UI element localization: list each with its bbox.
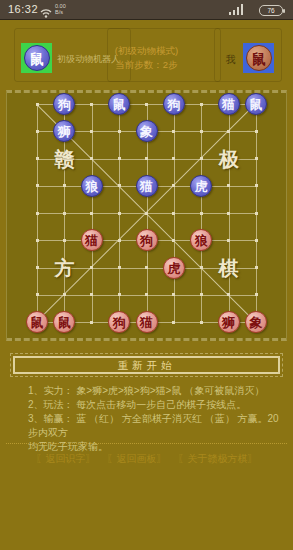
- footer-link[interactable]: 〖返回识字〗: [36, 452, 96, 466]
- board-point-dot: [36, 184, 39, 187]
- board-point-dot: [200, 266, 203, 269]
- board-point-dot: [200, 293, 203, 296]
- board-point-dot: [172, 184, 175, 187]
- piece-red-狗[interactable]: 狗: [108, 311, 130, 333]
- board-point-dot: [63, 239, 66, 242]
- piece-red-鼠[interactable]: 鼠: [53, 311, 75, 333]
- board-center-label: 棋: [216, 255, 242, 281]
- game-header: 鼠 初级动物机器人 (初级动物模式) 当前步数：2步 我 鼠: [0, 20, 293, 88]
- board-center-label: 赣: [51, 146, 77, 172]
- board-point-dot: [145, 103, 148, 106]
- piece-red-虎[interactable]: 虎: [163, 257, 185, 279]
- board-point-dot: [145, 266, 148, 269]
- game-board[interactable]: 赣极方棋狗鼠狗猫鼠狮象狼猫虎猫狗狼虎鼠鼠狗猫狮象: [37, 104, 256, 322]
- board-point-dot: [118, 239, 121, 242]
- status-bar: 16:32 0.00 B/s 76: [0, 0, 293, 20]
- footer-link[interactable]: 〖关于赣极方棋〗: [178, 452, 258, 466]
- board-point-dot: [255, 266, 258, 269]
- signal-icon: [229, 4, 245, 15]
- battery-icon: 76: [259, 5, 283, 16]
- piece-blue-虎[interactable]: 虎: [190, 175, 212, 197]
- board-center-label: 方: [51, 255, 77, 281]
- board-center-label: 极: [216, 146, 242, 172]
- board-point-dot: [118, 157, 121, 160]
- board-point-dot: [90, 157, 93, 160]
- board-point-dot: [145, 293, 148, 296]
- clock: 16:32: [8, 3, 38, 15]
- board-point-dot: [255, 184, 258, 187]
- board-panel: 赣极方棋狗鼠狗猫鼠狮象狼猫虎猫狗狼虎鼠鼠狗猫狮象: [6, 90, 287, 341]
- board-point-dot: [255, 239, 258, 242]
- board-point-dot: [118, 184, 121, 187]
- board-point-dot: [90, 266, 93, 269]
- board-point-dot: [90, 321, 93, 324]
- board-point-dot: [118, 266, 121, 269]
- board-point-dot: [36, 103, 39, 106]
- board-point-dot: [36, 293, 39, 296]
- board-point-dot: [145, 157, 148, 160]
- piece-red-猫[interactable]: 猫: [136, 311, 158, 333]
- board-point-dot: [90, 293, 93, 296]
- piece-blue-狗[interactable]: 狗: [53, 93, 75, 115]
- board-point-dot: [90, 212, 93, 215]
- piece-blue-鼠[interactable]: 鼠: [108, 93, 130, 115]
- board-point-dot: [172, 239, 175, 242]
- board-point-dot: [200, 157, 203, 160]
- piece-red-鼠[interactable]: 鼠: [26, 311, 48, 333]
- board-point-dot: [227, 293, 230, 296]
- board-point-dot: [90, 130, 93, 133]
- board-point-dot: [200, 103, 203, 106]
- me-avatar-piece: 鼠: [246, 45, 272, 71]
- piece-blue-猫[interactable]: 猫: [136, 175, 158, 197]
- board-point-dot: [145, 212, 148, 215]
- piece-blue-鼠[interactable]: 鼠: [245, 93, 267, 115]
- board-point-dot: [227, 239, 230, 242]
- piece-red-狗[interactable]: 狗: [136, 229, 158, 251]
- board-point-dot: [227, 184, 230, 187]
- board-point-dot: [63, 212, 66, 215]
- network-speed: 0.00 B/s: [55, 3, 66, 15]
- board-point-dot: [200, 212, 203, 215]
- app-root: 16:32 0.00 B/s 76 鼠 初级动物机器人 (初级动物模式): [0, 0, 293, 550]
- board-point-dot: [172, 157, 175, 160]
- board-point-dot: [227, 130, 230, 133]
- board-point-dot: [63, 293, 66, 296]
- footer-links: 〖返回识字〗〖返回画板〗〖关于赣极方棋〗: [0, 452, 293, 466]
- board-point-dot: [118, 212, 121, 215]
- board-point-dot: [36, 266, 39, 269]
- board-point-dot: [36, 212, 39, 215]
- board-point-dot: [200, 130, 203, 133]
- restart-button[interactable]: 重新开始: [13, 356, 280, 374]
- me-avatar: 鼠: [243, 43, 274, 73]
- board-point-dot: [255, 212, 258, 215]
- board-point-dot: [36, 239, 39, 242]
- piece-blue-猫[interactable]: 猫: [218, 93, 240, 115]
- piece-red-狼[interactable]: 狼: [190, 229, 212, 251]
- board-point-dot: [172, 293, 175, 296]
- board-point-dot: [118, 293, 121, 296]
- rule-line: 1、实力： 象>狮>虎>狼>狗>猫>鼠 （象可被鼠消灭）: [28, 384, 280, 398]
- board-point-dot: [36, 130, 39, 133]
- board-point-dot: [172, 321, 175, 324]
- piece-blue-狼[interactable]: 狼: [81, 175, 103, 197]
- board-point-dot: [255, 157, 258, 160]
- board-point-dot: [63, 184, 66, 187]
- board-point-dot: [172, 130, 175, 133]
- board-point-dot: [255, 293, 258, 296]
- board-point-dot: [36, 157, 39, 160]
- piece-red-象[interactable]: 象: [245, 311, 267, 333]
- board-point-dot: [200, 321, 203, 324]
- footer-link[interactable]: 〖返回画板〗: [107, 452, 167, 466]
- rule-line: 2、玩法： 每次点击移动一步自己的棋子按线点。: [28, 398, 280, 412]
- piece-blue-狗[interactable]: 狗: [163, 93, 185, 115]
- board-point-dot: [227, 212, 230, 215]
- piece-red-猫[interactable]: 猫: [81, 229, 103, 251]
- piece-blue-象[interactable]: 象: [136, 120, 158, 142]
- divider: [6, 443, 287, 444]
- me-label: 我: [226, 53, 236, 67]
- piece-red-狮[interactable]: 狮: [218, 311, 240, 333]
- board-point-dot: [172, 212, 175, 215]
- battery-percent: 76: [267, 7, 274, 14]
- board-point-dot: [255, 130, 258, 133]
- rule-line: 3、输赢： 蓝 （红） 方全部棋子消灭红 （蓝） 方赢。20步内双方: [28, 412, 280, 440]
- board-point-dot: [90, 103, 93, 106]
- board-point-dot: [118, 130, 121, 133]
